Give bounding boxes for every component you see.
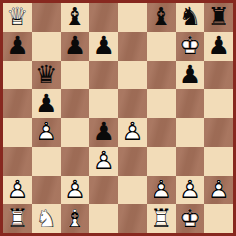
piece-glyph-outline: ♙ [3,177,32,202]
square-g2[interactable]: ♟♙ [176,176,205,205]
square-a2[interactable]: ♟♙ [3,176,32,205]
square-g1[interactable]: ♚♔ [176,204,205,233]
piece-black-pawn[interactable]: ♟ [61,32,90,61]
piece-glyph-outline: ♔ [176,33,205,58]
square-f2[interactable]: ♟♙ [147,176,176,205]
piece-glyph-fill: ♛ [32,62,61,87]
square-h7[interactable]: ♟ [204,32,233,61]
piece-glyph-outline: ♙ [32,119,61,144]
piece-black-pawn[interactable]: ♟ [204,32,233,61]
square-e6[interactable] [118,61,147,90]
square-g4[interactable] [176,118,205,147]
square-a4[interactable] [3,118,32,147]
chess-board-grid: ♛♕♝♝♞♜♟♟♟♚♔♟♛♟♟♟♙♟♟♙♟♙♟♙♟♙♟♙♟♙♟♙♜♖♞♘♝♗♜♖… [3,3,233,233]
piece-glyph-fill: ♞ [176,4,205,29]
piece-black-pawn[interactable]: ♟ [3,32,32,61]
square-d4[interactable]: ♟ [89,118,118,147]
piece-white-king[interactable]: ♚♔ [176,32,205,61]
square-g5[interactable] [176,89,205,118]
piece-glyph-outline: ♙ [204,177,233,202]
square-f1[interactable]: ♜♖ [147,204,176,233]
square-d7[interactable]: ♟ [89,32,118,61]
square-c1[interactable]: ♝♗ [61,204,90,233]
piece-white-knight[interactable]: ♞♘ [32,204,61,233]
square-f8[interactable]: ♝ [147,3,176,32]
square-c3[interactable] [61,147,90,176]
square-g7[interactable]: ♚♔ [176,32,205,61]
square-h1[interactable] [204,204,233,233]
piece-white-bishop[interactable]: ♝♗ [61,204,90,233]
piece-white-pawn[interactable]: ♟♙ [61,176,90,205]
square-b5[interactable]: ♟ [32,89,61,118]
piece-black-knight[interactable]: ♞ [176,3,205,32]
square-g6[interactable]: ♟ [176,61,205,90]
piece-glyph-outline: ♙ [147,177,176,202]
piece-glyph-outline: ♕ [3,4,32,29]
piece-glyph-fill: ♟ [89,33,118,58]
piece-white-king[interactable]: ♚♔ [176,204,205,233]
square-f4[interactable] [147,118,176,147]
square-a1[interactable]: ♜♖ [3,204,32,233]
square-b1[interactable]: ♞♘ [32,204,61,233]
square-f3[interactable] [147,147,176,176]
piece-white-pawn[interactable]: ♟♙ [3,176,32,205]
square-f6[interactable] [147,61,176,90]
square-e4[interactable]: ♟♙ [118,118,147,147]
square-b7[interactable] [32,32,61,61]
square-e7[interactable] [118,32,147,61]
square-d3[interactable]: ♟♙ [89,147,118,176]
square-e5[interactable] [118,89,147,118]
piece-black-bishop[interactable]: ♝ [147,3,176,32]
piece-white-pawn[interactable]: ♟♙ [32,118,61,147]
piece-glyph-outline: ♙ [176,177,205,202]
square-a8[interactable]: ♛♕ [3,3,32,32]
square-d2[interactable] [89,176,118,205]
square-g3[interactable] [176,147,205,176]
piece-glyph-fill: ♝ [61,4,90,29]
square-e8[interactable] [118,3,147,32]
square-f5[interactable] [147,89,176,118]
piece-glyph-fill: ♜ [204,4,233,29]
piece-black-queen[interactable]: ♛ [32,61,61,90]
square-c8[interactable]: ♝ [61,3,90,32]
square-d1[interactable] [89,204,118,233]
piece-glyph-outline: ♖ [3,206,32,231]
piece-white-queen[interactable]: ♛♕ [3,3,32,32]
piece-glyph-fill: ♝ [147,4,176,29]
square-e3[interactable] [118,147,147,176]
piece-white-pawn[interactable]: ♟♙ [89,147,118,176]
square-f7[interactable] [147,32,176,61]
square-c6[interactable] [61,61,90,90]
square-c2[interactable]: ♟♙ [61,176,90,205]
square-a7[interactable]: ♟ [3,32,32,61]
piece-black-rook[interactable]: ♜ [204,3,233,32]
square-c5[interactable] [61,89,90,118]
piece-white-pawn[interactable]: ♟♙ [118,118,147,147]
piece-glyph-fill: ♟ [176,62,205,87]
square-e1[interactable] [118,204,147,233]
square-c4[interactable] [61,118,90,147]
piece-glyph-fill: ♟ [3,33,32,58]
piece-black-pawn[interactable]: ♟ [32,89,61,118]
piece-glyph-fill: ♟ [61,33,90,58]
square-b4[interactable]: ♟♙ [32,118,61,147]
square-b6[interactable]: ♛ [32,61,61,90]
square-c7[interactable]: ♟ [61,32,90,61]
piece-glyph-fill: ♟ [32,91,61,116]
square-h4[interactable] [204,118,233,147]
piece-white-rook[interactable]: ♜♖ [3,204,32,233]
square-d8[interactable] [89,3,118,32]
square-b3[interactable] [32,147,61,176]
piece-black-pawn[interactable]: ♟ [89,118,118,147]
square-e2[interactable] [118,176,147,205]
piece-white-rook[interactable]: ♜♖ [147,204,176,233]
square-b2[interactable] [32,176,61,205]
square-h2[interactable]: ♟♙ [204,176,233,205]
square-h5[interactable] [204,89,233,118]
square-g8[interactable]: ♞ [176,3,205,32]
piece-glyph-outline: ♙ [89,148,118,173]
square-d5[interactable] [89,89,118,118]
square-a3[interactable] [3,147,32,176]
piece-glyph-outline: ♗ [61,206,90,231]
square-b8[interactable] [32,3,61,32]
piece-white-pawn[interactable]: ♟♙ [147,176,176,205]
piece-glyph-outline: ♔ [176,206,205,231]
chess-board: ♛♕♝♝♞♜♟♟♟♚♔♟♛♟♟♟♙♟♟♙♟♙♟♙♟♙♟♙♟♙♟♙♜♖♞♘♝♗♜♖… [0,0,236,236]
piece-glyph-fill: ♟ [204,33,233,58]
piece-glyph-outline: ♖ [147,206,176,231]
piece-black-pawn[interactable]: ♟ [89,32,118,61]
piece-glyph-outline: ♘ [32,206,61,231]
piece-white-pawn[interactable]: ♟♙ [204,176,233,205]
square-a5[interactable] [3,89,32,118]
piece-glyph-outline: ♙ [118,119,147,144]
square-h8[interactable]: ♜ [204,3,233,32]
piece-black-pawn[interactable]: ♟ [176,61,205,90]
piece-glyph-fill: ♟ [89,119,118,144]
piece-white-pawn[interactable]: ♟♙ [176,176,205,205]
square-h6[interactable] [204,61,233,90]
square-a6[interactable] [3,61,32,90]
piece-black-bishop[interactable]: ♝ [61,3,90,32]
square-d6[interactable] [89,61,118,90]
piece-glyph-outline: ♙ [61,177,90,202]
square-h3[interactable] [204,147,233,176]
